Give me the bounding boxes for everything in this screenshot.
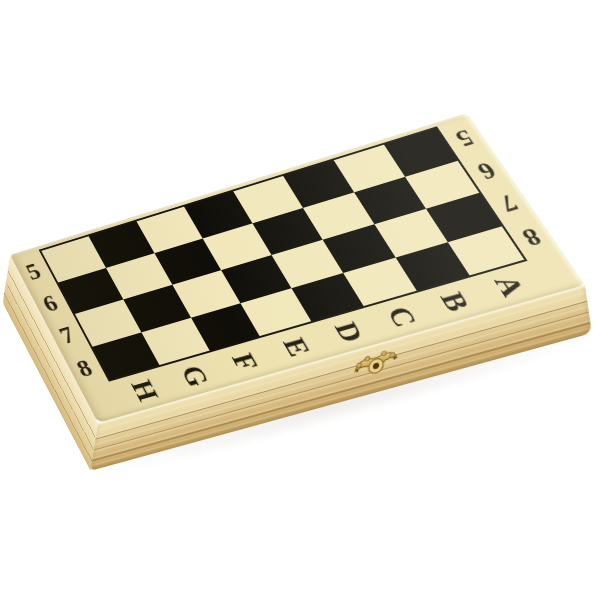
rank-label-right-5: 5 bbox=[452, 127, 479, 152]
file-label-g: G bbox=[175, 363, 213, 390]
rank-label-right-8: 8 bbox=[518, 224, 546, 250]
file-label-b: B bbox=[435, 289, 475, 314]
file-label-d: D bbox=[329, 319, 368, 345]
file-label-f: F bbox=[227, 350, 263, 373]
rank-label-right-7: 7 bbox=[495, 191, 523, 216]
file-label-e: E bbox=[278, 335, 316, 360]
file-label-c: C bbox=[381, 304, 421, 330]
rank-label-right-6: 6 bbox=[473, 158, 500, 183]
file-label-h: H bbox=[126, 377, 163, 404]
rank-label-left-7: 7 bbox=[56, 323, 79, 347]
product-photo-chess-box: 56785678HGFEDCBA bbox=[0, 0, 600, 600]
file-label-a: A bbox=[489, 273, 531, 300]
rank-label-left-8: 8 bbox=[73, 355, 96, 380]
rank-label-left-6: 6 bbox=[39, 291, 61, 315]
rank-label-left-5: 5 bbox=[22, 260, 44, 284]
